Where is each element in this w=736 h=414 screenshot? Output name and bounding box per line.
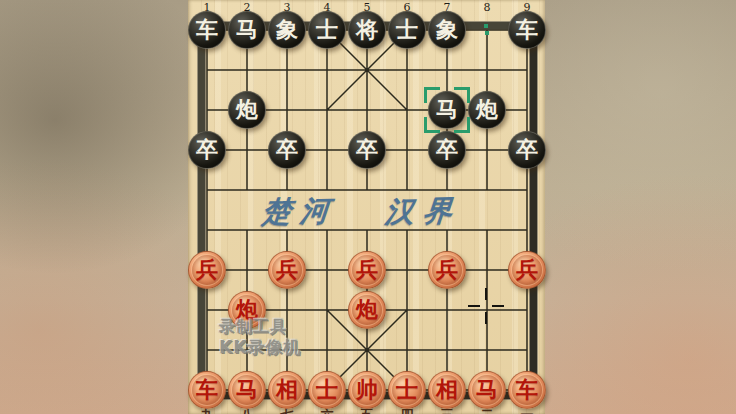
piece-glyph: 兵 (276, 259, 298, 281)
piece-glyph: 马 (476, 379, 498, 401)
piece-red-车[interactable]: 车 (508, 371, 546, 409)
piece-glyph: 马 (236, 19, 258, 41)
piece-black-卒[interactable]: 卒 (428, 131, 466, 169)
piece-red-兵[interactable]: 兵 (508, 251, 546, 289)
piece-glyph: 士 (316, 19, 338, 41)
piece-red-士[interactable]: 士 (308, 371, 346, 409)
piece-glyph: 卒 (356, 139, 378, 161)
piece-glyph: 炮 (476, 99, 498, 121)
piece-glyph: 马 (436, 99, 458, 121)
piece-red-兵[interactable]: 兵 (348, 251, 386, 289)
piece-black-象[interactable]: 象 (268, 11, 306, 49)
piece-black-炮[interactable]: 炮 (468, 91, 506, 129)
river-text-right: 汉界 (366, 191, 480, 233)
piece-glyph: 士 (396, 379, 418, 401)
piece-glyph: 兵 (436, 259, 458, 281)
piece-red-兵[interactable]: 兵 (188, 251, 226, 289)
piece-glyph: 车 (196, 379, 218, 401)
piece-red-兵[interactable]: 兵 (268, 251, 306, 289)
piece-red-帅[interactable]: 帅 (348, 371, 386, 409)
piece-glyph: 卒 (436, 139, 458, 161)
watermark-line1: 录制工具 (219, 317, 287, 338)
piece-black-卒[interactable]: 卒 (348, 131, 386, 169)
piece-red-相[interactable]: 相 (428, 371, 466, 409)
piece-glyph: 相 (276, 379, 298, 401)
piece-glyph: 将 (356, 19, 378, 41)
piece-black-炮[interactable]: 炮 (228, 91, 266, 129)
file-label-top: 8 (477, 1, 497, 14)
piece-glyph: 象 (436, 19, 458, 41)
piece-glyph: 车 (196, 19, 218, 41)
piece-black-将[interactable]: 将 (348, 11, 386, 49)
piece-glyph: 炮 (356, 299, 378, 321)
piece-red-马[interactable]: 马 (228, 371, 266, 409)
piece-glyph: 兵 (516, 259, 538, 281)
piece-glyph: 炮 (236, 99, 258, 121)
piece-black-士[interactable]: 士 (308, 11, 346, 49)
piece-glyph: 象 (276, 19, 298, 41)
piece-glyph: 兵 (196, 259, 218, 281)
piece-red-车[interactable]: 车 (188, 371, 226, 409)
piece-black-马[interactable]: 马 (228, 11, 266, 49)
piece-red-马[interactable]: 马 (468, 371, 506, 409)
watermark-line2: KK录像机 (219, 336, 301, 359)
piece-red-兵[interactable]: 兵 (428, 251, 466, 289)
piece-glyph: 帅 (356, 379, 378, 401)
piece-black-象[interactable]: 象 (428, 11, 466, 49)
piece-red-相[interactable]: 相 (268, 371, 306, 409)
piece-red-士[interactable]: 士 (388, 371, 426, 409)
piece-black-车[interactable]: 车 (508, 11, 546, 49)
piece-glyph: 相 (436, 379, 458, 401)
piece-glyph: 士 (316, 379, 338, 401)
piece-black-马[interactable]: 马 (428, 91, 466, 129)
piece-black-士[interactable]: 士 (388, 11, 426, 49)
piece-black-卒[interactable]: 卒 (268, 131, 306, 169)
piece-glyph: 兵 (356, 259, 378, 281)
river-text-left: 楚河 (243, 191, 357, 233)
piece-glyph: 车 (516, 19, 538, 41)
piece-red-炮[interactable]: 炮 (348, 291, 386, 329)
piece-glyph: 卒 (196, 139, 218, 161)
piece-glyph: 士 (396, 19, 418, 41)
piece-black-卒[interactable]: 卒 (508, 131, 546, 169)
piece-black-卒[interactable]: 卒 (188, 131, 226, 169)
piece-glyph: 马 (236, 379, 258, 401)
piece-black-车[interactable]: 车 (188, 11, 226, 49)
piece-glyph: 卒 (516, 139, 538, 161)
xiangqi-app-screen: 123456789 九八七六五四三二一 楚河 汉界 车马象士将士象车炮马炮卒卒卒… (0, 0, 736, 414)
piece-glyph: 卒 (276, 139, 298, 161)
piece-glyph: 车 (516, 379, 538, 401)
